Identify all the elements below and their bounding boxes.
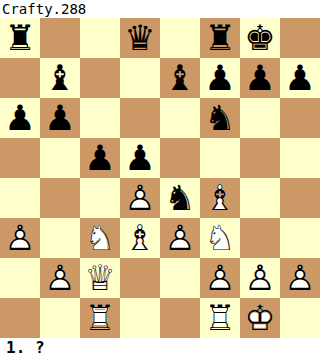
- piece-black-knight[interactable]: ♞: [160, 178, 200, 218]
- piece-fill-glyph: ♟: [280, 58, 320, 98]
- square-f4[interactable]: ♝♗: [200, 178, 240, 218]
- square-d2[interactable]: [120, 258, 160, 298]
- piece-outline-glyph: ♔: [240, 298, 280, 338]
- piece-fill-glyph: ♟: [240, 58, 280, 98]
- piece-outline-glyph: ♗: [120, 218, 160, 258]
- square-c6[interactable]: [80, 98, 120, 138]
- piece-black-bishop[interactable]: ♝: [160, 58, 200, 98]
- piece-black-pawn[interactable]: ♟: [280, 58, 320, 98]
- square-g8[interactable]: ♚: [240, 18, 280, 58]
- piece-outline-glyph: ♖: [80, 298, 120, 338]
- square-g7[interactable]: ♟: [240, 58, 280, 98]
- square-h4[interactable]: [280, 178, 320, 218]
- square-e2[interactable]: [160, 258, 200, 298]
- square-c2[interactable]: ♛♕: [80, 258, 120, 298]
- square-f5[interactable]: [200, 138, 240, 178]
- crafty-window: Crafty.288 ♜♛♜♚♝♝♟♟♟♟♟♞♟♟♟♙♞♝♗♟♙♞♘♝♗♟♙♞♘…: [0, 0, 320, 360]
- piece-fill-glyph: ♝: [160, 58, 200, 98]
- square-f1[interactable]: ♜♖: [200, 298, 240, 338]
- square-d6[interactable]: [120, 98, 160, 138]
- square-a4[interactable]: [0, 178, 40, 218]
- piece-white-knight[interactable]: ♞♘: [200, 218, 240, 258]
- square-c1[interactable]: ♜♖: [80, 298, 120, 338]
- piece-black-queen[interactable]: ♛: [120, 18, 160, 58]
- square-g3[interactable]: [240, 218, 280, 258]
- piece-outline-glyph: ♙: [160, 218, 200, 258]
- piece-outline-glyph: ♙: [120, 178, 160, 218]
- piece-outline-glyph: ♙: [280, 258, 320, 298]
- square-g5[interactable]: [240, 138, 280, 178]
- piece-white-pawn[interactable]: ♟♙: [240, 258, 280, 298]
- piece-fill-glyph: ♝: [40, 58, 80, 98]
- square-a6[interactable]: ♟: [0, 98, 40, 138]
- square-b6[interactable]: ♟: [40, 98, 80, 138]
- piece-outline-glyph: ♙: [200, 258, 240, 298]
- square-c5[interactable]: ♟: [80, 138, 120, 178]
- square-b5[interactable]: [40, 138, 80, 178]
- square-h8[interactable]: [280, 18, 320, 58]
- square-c3[interactable]: ♞♘: [80, 218, 120, 258]
- square-d1[interactable]: [120, 298, 160, 338]
- piece-black-pawn[interactable]: ♟: [240, 58, 280, 98]
- square-d7[interactable]: [120, 58, 160, 98]
- piece-white-rook[interactable]: ♜♖: [200, 298, 240, 338]
- square-b1[interactable]: [40, 298, 80, 338]
- square-c8[interactable]: [80, 18, 120, 58]
- square-h6[interactable]: [280, 98, 320, 138]
- piece-black-pawn[interactable]: ♟: [120, 138, 160, 178]
- square-a7[interactable]: [0, 58, 40, 98]
- piece-black-bishop[interactable]: ♝: [40, 58, 80, 98]
- square-e8[interactable]: [160, 18, 200, 58]
- square-b2[interactable]: ♟♙: [40, 258, 80, 298]
- square-g2[interactable]: ♟♙: [240, 258, 280, 298]
- square-d5[interactable]: ♟: [120, 138, 160, 178]
- piece-outline-glyph: ♖: [200, 298, 240, 338]
- piece-black-rook[interactable]: ♜: [0, 18, 40, 58]
- piece-black-pawn[interactable]: ♟: [40, 98, 80, 138]
- piece-outline-glyph: ♙: [0, 218, 40, 258]
- square-g1[interactable]: ♚♔: [240, 298, 280, 338]
- square-b4[interactable]: [40, 178, 80, 218]
- square-e3[interactable]: ♟♙: [160, 218, 200, 258]
- piece-white-pawn[interactable]: ♟♙: [0, 218, 40, 258]
- piece-fill-glyph: ♜: [200, 18, 240, 58]
- piece-white-bishop[interactable]: ♝♗: [200, 178, 240, 218]
- piece-white-pawn[interactable]: ♟♙: [40, 258, 80, 298]
- square-f3[interactable]: ♞♘: [200, 218, 240, 258]
- square-e4[interactable]: ♞: [160, 178, 200, 218]
- square-h3[interactable]: [280, 218, 320, 258]
- piece-outline-glyph: ♙: [40, 258, 80, 298]
- piece-fill-glyph: ♟: [80, 138, 120, 178]
- square-e6[interactable]: [160, 98, 200, 138]
- piece-outline-glyph: ♙: [240, 258, 280, 298]
- piece-fill-glyph: ♟: [200, 58, 240, 98]
- piece-white-pawn[interactable]: ♟♙: [200, 258, 240, 298]
- square-g6[interactable]: [240, 98, 280, 138]
- piece-white-bishop[interactable]: ♝♗: [120, 218, 160, 258]
- piece-fill-glyph: ♟: [120, 138, 160, 178]
- square-h1[interactable]: [280, 298, 320, 338]
- piece-outline-glyph: ♗: [200, 178, 240, 218]
- piece-fill-glyph: ♞: [160, 178, 200, 218]
- square-a8[interactable]: ♜: [0, 18, 40, 58]
- square-d8[interactable]: ♛: [120, 18, 160, 58]
- piece-fill-glyph: ♟: [0, 98, 40, 138]
- piece-black-pawn[interactable]: ♟: [0, 98, 40, 138]
- square-b3[interactable]: [40, 218, 80, 258]
- square-f7[interactable]: ♟: [200, 58, 240, 98]
- square-f2[interactable]: ♟♙: [200, 258, 240, 298]
- square-h7[interactable]: ♟: [280, 58, 320, 98]
- piece-fill-glyph: ♛: [120, 18, 160, 58]
- piece-black-pawn[interactable]: ♟: [80, 138, 120, 178]
- square-e5[interactable]: [160, 138, 200, 178]
- square-d4[interactable]: ♟♙: [120, 178, 160, 218]
- piece-black-rook[interactable]: ♜: [200, 18, 240, 58]
- square-a3[interactable]: ♟♙: [0, 218, 40, 258]
- piece-black-pawn[interactable]: ♟: [200, 58, 240, 98]
- move-prompt: 1. ?: [0, 338, 320, 360]
- square-b8[interactable]: [40, 18, 80, 58]
- square-e7[interactable]: ♝: [160, 58, 200, 98]
- piece-fill-glyph: ♜: [0, 18, 40, 58]
- piece-white-pawn[interactable]: ♟♙: [120, 178, 160, 218]
- square-a1[interactable]: [0, 298, 40, 338]
- square-a2[interactable]: [0, 258, 40, 298]
- piece-white-king[interactable]: ♚♔: [240, 298, 280, 338]
- square-g4[interactable]: [240, 178, 280, 218]
- square-e1[interactable]: [160, 298, 200, 338]
- piece-black-knight[interactable]: ♞: [200, 98, 240, 138]
- square-f6[interactable]: ♞: [200, 98, 240, 138]
- piece-white-knight[interactable]: ♞♘: [80, 218, 120, 258]
- chess-board: ♜♛♜♚♝♝♟♟♟♟♟♞♟♟♟♙♞♝♗♟♙♞♘♝♗♟♙♞♘♟♙♛♕♟♙♟♙♟♙♜…: [0, 18, 320, 338]
- square-d3[interactable]: ♝♗: [120, 218, 160, 258]
- square-h5[interactable]: [280, 138, 320, 178]
- piece-fill-glyph: ♚: [240, 18, 280, 58]
- piece-outline-glyph: ♘: [80, 218, 120, 258]
- square-c4[interactable]: [80, 178, 120, 218]
- piece-white-rook[interactable]: ♜♖: [80, 298, 120, 338]
- piece-black-king[interactable]: ♚: [240, 18, 280, 58]
- piece-fill-glyph: ♞: [200, 98, 240, 138]
- piece-white-queen[interactable]: ♛♕: [80, 258, 120, 298]
- piece-white-pawn[interactable]: ♟♙: [280, 258, 320, 298]
- piece-fill-glyph: ♟: [40, 98, 80, 138]
- square-a5[interactable]: [0, 138, 40, 178]
- piece-white-pawn[interactable]: ♟♙: [160, 218, 200, 258]
- window-title: Crafty.288: [0, 0, 320, 18]
- piece-outline-glyph: ♘: [200, 218, 240, 258]
- square-b7[interactable]: ♝: [40, 58, 80, 98]
- piece-outline-glyph: ♕: [80, 258, 120, 298]
- square-f8[interactable]: ♜: [200, 18, 240, 58]
- square-h2[interactable]: ♟♙: [280, 258, 320, 298]
- square-c7[interactable]: [80, 58, 120, 98]
